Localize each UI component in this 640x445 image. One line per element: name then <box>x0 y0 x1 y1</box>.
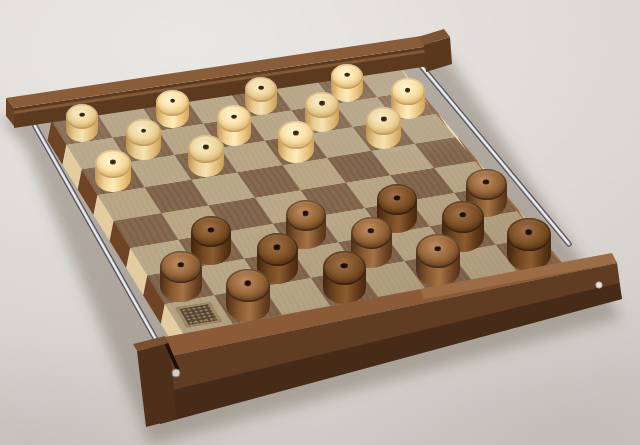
left-rod <box>34 125 167 359</box>
right-rod <box>416 60 569 244</box>
top-rail <box>6 29 452 128</box>
top-rail-edge-highlight <box>14 48 436 114</box>
rails-and-rods-layer <box>0 0 640 445</box>
photo-scene <box>0 0 640 445</box>
